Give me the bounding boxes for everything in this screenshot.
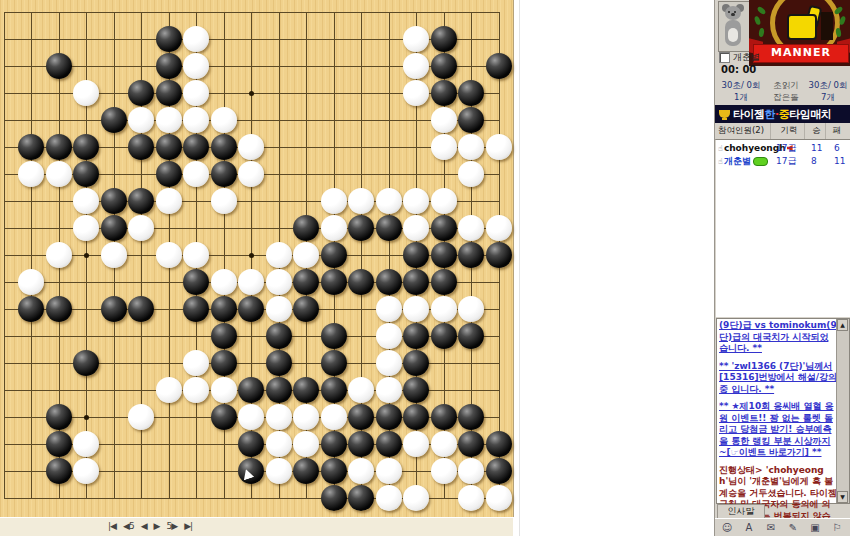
black-stone [403, 323, 429, 349]
nav-forward5-button[interactable]: 5▶ [166, 521, 177, 532]
participant-rank: 17급 [776, 142, 796, 155]
black-stone [458, 107, 484, 133]
move-nav-buttons: |◀ ◀5 ◀ ▶ 5▶ ▶| [108, 521, 192, 532]
game-clock: 00: 00 [721, 64, 756, 75]
thumb-hand-icon: ☝ [718, 144, 723, 153]
white-stone [238, 161, 264, 187]
white-stone [266, 296, 292, 322]
laurel-leaf-icon [756, 6, 766, 16]
white-stone [458, 161, 484, 187]
black-stone [321, 323, 347, 349]
rank-column-header: 기력 [771, 123, 805, 139]
chat-notice: ** 'zwl1366 (7단)'님께서 [15316]번방에서 해설/강의중 … [719, 361, 837, 396]
white-stone [18, 161, 44, 187]
star-point [84, 253, 89, 258]
black-stone [348, 431, 374, 457]
emoticon-button[interactable]: ☺ [719, 520, 735, 535]
black-stone [46, 404, 72, 430]
black-stone [156, 161, 182, 187]
black-stone [46, 134, 72, 160]
black-stone [238, 296, 264, 322]
black-stone [46, 53, 72, 79]
win-column-header: 승 [805, 123, 826, 139]
chat-toolbar: ☺ A ✉ ✎ ▣ ⚐ [715, 518, 850, 536]
black-stone [238, 458, 264, 484]
white-stone [376, 377, 402, 403]
white-stone [486, 485, 512, 511]
black-stone [266, 323, 292, 349]
star-point [84, 415, 89, 420]
right-byoyomi-value: 30초/ 0회 [805, 79, 850, 91]
black-stone [183, 134, 209, 160]
white-stone [403, 80, 429, 106]
white-stone [18, 269, 44, 295]
manner-badge: MANNER [749, 0, 850, 66]
right-captures-value: 7개 [805, 91, 850, 103]
white-stone [431, 458, 457, 484]
white-stone [403, 53, 429, 79]
banner-text-korea: 한 [765, 107, 776, 122]
left-byoyomi-value: 30초/ 0회 [715, 79, 767, 91]
black-stone [403, 242, 429, 268]
white-stone [238, 269, 264, 295]
white-stone [403, 26, 429, 52]
game-window: |◀ ◀5 ◀ ▶ 5▶ ▶| [0, 0, 850, 536]
white-stone [266, 269, 292, 295]
white-stone [211, 377, 237, 403]
sidebar: MANNER 개춘별 00: 00 30초/ 0회 초읽기 30초/ 0회 1개… [714, 0, 850, 536]
white-stone [101, 242, 127, 268]
white-stone [293, 404, 319, 430]
black-stone [431, 323, 457, 349]
black-stone [211, 350, 237, 376]
white-stone [458, 485, 484, 511]
white-stone [376, 296, 402, 322]
event-banner: 타이젬 한 · 중 타임매치 [715, 105, 850, 123]
white-stone [266, 404, 292, 430]
black-stone [73, 350, 99, 376]
participant-rank: 17급 [776, 155, 796, 168]
black-stone [486, 458, 512, 484]
participant-row[interactable]: ☝ 개춘별 17급 8 11 [716, 155, 850, 167]
player-name-row: 개춘별 [719, 52, 760, 63]
scroll-up-icon[interactable]: ▲ [837, 319, 848, 331]
white-stone [403, 431, 429, 457]
time-capture-panel: 30초/ 0회 초읽기 30초/ 0회 1개 잡은돌 7개 [715, 79, 850, 104]
black-stone [431, 242, 457, 268]
black-stone [376, 404, 402, 430]
white-stone [238, 134, 264, 160]
captures-label: 잡은돌 [767, 91, 805, 103]
white-stone [458, 296, 484, 322]
white-stone [183, 242, 209, 268]
manner-badge-label: MANNER [754, 45, 848, 61]
black-stone [321, 458, 347, 484]
black-stone [431, 53, 457, 79]
white-stone [211, 188, 237, 214]
star-point [249, 253, 254, 258]
black-stone [431, 269, 457, 295]
white-stone [431, 188, 457, 214]
nav-forward-button[interactable]: ▶ [154, 521, 160, 532]
black-stone [293, 458, 319, 484]
white-stone [403, 215, 429, 241]
nav-back-button[interactable]: ◀ [141, 521, 147, 532]
white-stone [376, 458, 402, 484]
white-stone [376, 188, 402, 214]
player-name-label: 개춘별 [733, 51, 760, 64]
black-stone [101, 188, 127, 214]
black-stone [293, 269, 319, 295]
chat-notice: (9단)급 vs tominokum(9단)급의 대국치가 시작되었습니다. *… [719, 320, 837, 355]
white-stone [238, 404, 264, 430]
white-stone [183, 107, 209, 133]
white-stone [431, 107, 457, 133]
black-stone [376, 431, 402, 457]
black-stone [321, 242, 347, 268]
font-button[interactable]: A [741, 520, 757, 535]
banner-text-1: 타이젬 [733, 107, 765, 122]
nav-last-button[interactable]: ▶| [184, 521, 192, 532]
black-stone [348, 485, 374, 511]
banner-text-2: 타임매치 [789, 107, 831, 122]
white-stone [431, 296, 457, 322]
black-stone [128, 80, 154, 106]
black-stone [321, 350, 347, 376]
chat-scrollbar[interactable]: ▲ ▼ [836, 319, 849, 503]
black-stone [403, 350, 429, 376]
black-stone [156, 80, 182, 106]
white-stone [376, 350, 402, 376]
white-stone [156, 107, 182, 133]
black-stone [431, 215, 457, 241]
white-stone [458, 458, 484, 484]
divider [519, 0, 520, 536]
white-stone [458, 134, 484, 160]
black-stone [46, 431, 72, 457]
black-stone [458, 242, 484, 268]
black-stone [73, 134, 99, 160]
grid-button[interactable]: ▣ [807, 520, 823, 535]
manner-ribbon: MANNER [753, 44, 849, 63]
chat-notice: ** ★제10회 응씨배 열혈 응원 이벤트!! 꽝 없는 룰렛 돌리고 당첨금… [719, 401, 837, 459]
black-stone [73, 161, 99, 187]
white-stone [321, 188, 347, 214]
participant-wins: 11 [811, 143, 822, 153]
black-stone [128, 188, 154, 214]
black-stone [211, 296, 237, 322]
white-stone [266, 242, 292, 268]
checkbox-icon[interactable] [719, 52, 730, 63]
black-stone [156, 53, 182, 79]
participants-count-header: 참여인원(2) [715, 123, 771, 139]
black-stone [293, 377, 319, 403]
white-stone [266, 431, 292, 457]
white-stone [46, 161, 72, 187]
black-stone [211, 404, 237, 430]
black-stone [211, 161, 237, 187]
black-stone [183, 296, 209, 322]
black-stone [458, 404, 484, 430]
white-stone [183, 161, 209, 187]
black-stone [128, 134, 154, 160]
black-stone [156, 134, 182, 160]
black-stone [101, 215, 127, 241]
white-stone [211, 269, 237, 295]
black-stone [101, 296, 127, 322]
black-stone [101, 107, 127, 133]
white-stone [431, 134, 457, 160]
white-stone [486, 134, 512, 160]
black-stone [458, 431, 484, 457]
black-stone [376, 215, 402, 241]
participants-header: 참여인원(2) 기력 승 패 [715, 123, 850, 140]
black-stone [458, 80, 484, 106]
black-stone [486, 431, 512, 457]
go-board[interactable] [0, 0, 514, 517]
white-stone [46, 242, 72, 268]
black-stone [431, 404, 457, 430]
greeting-tab[interactable]: 인사말 [717, 504, 765, 519]
white-stone [376, 323, 402, 349]
black-stone [431, 26, 457, 52]
black-stone [376, 269, 402, 295]
white-stone [73, 458, 99, 484]
black-stone [431, 80, 457, 106]
white-stone [403, 296, 429, 322]
white-stone [458, 215, 484, 241]
message-button[interactable]: ✉ [763, 520, 779, 535]
white-stone [128, 215, 154, 241]
white-stone [183, 80, 209, 106]
participant-losses: 6 [834, 143, 840, 153]
last-move-triangle-marker [241, 468, 255, 481]
black-stone [183, 269, 209, 295]
black-stone [321, 269, 347, 295]
country-badge-icon [753, 157, 768, 166]
player-avatar [718, 1, 750, 52]
black-stone [128, 296, 154, 322]
byoyomi-label: 초읽기 [767, 79, 805, 91]
white-stone [156, 188, 182, 214]
banner-text-china: 중 [779, 107, 790, 122]
white-stone [156, 242, 182, 268]
white-stone [321, 215, 347, 241]
black-stone [321, 431, 347, 457]
trophy-icon [719, 110, 730, 118]
white-stone [403, 485, 429, 511]
participants-list[interactable]: ☝ chohyeongh 17급 11 6 ☝ 개춘별 17급 8 11 [716, 139, 850, 317]
white-stone [376, 485, 402, 511]
white-stone [73, 188, 99, 214]
white-stone [156, 377, 182, 403]
white-stone [128, 107, 154, 133]
black-stone [403, 377, 429, 403]
nav-first-button[interactable]: |◀ [108, 521, 116, 532]
loss-column-header: 패 [826, 123, 845, 139]
black-stone [348, 404, 374, 430]
black-stone [348, 215, 374, 241]
black-stone [238, 431, 264, 457]
white-stone [128, 404, 154, 430]
nav-back5-button[interactable]: ◀5 [123, 521, 134, 532]
white-stone [348, 188, 374, 214]
white-stone [183, 53, 209, 79]
black-stone [211, 323, 237, 349]
black-stone [18, 134, 44, 160]
black-stone [348, 269, 374, 295]
black-stone [293, 215, 319, 241]
black-stone [46, 296, 72, 322]
white-stone [73, 215, 99, 241]
participant-losses: 11 [834, 156, 845, 166]
black-stone [321, 377, 347, 403]
star-point [249, 91, 254, 96]
white-stone [73, 431, 99, 457]
white-stone [403, 188, 429, 214]
black-stone [486, 53, 512, 79]
black-stone [46, 458, 72, 484]
chat-panel[interactable]: (9단)급 vs tominokum(9단)급의 대국치가 시작되었습니다. *… [716, 318, 850, 504]
white-stone [293, 242, 319, 268]
black-stone [156, 26, 182, 52]
black-stone [211, 134, 237, 160]
white-stone [348, 458, 374, 484]
flag-button[interactable]: ⚐ [829, 520, 845, 535]
white-stone [431, 431, 457, 457]
participant-row[interactable]: ☝ chohyeongh 17급 11 6 [716, 142, 850, 154]
white-stone [321, 404, 347, 430]
white-stone [293, 431, 319, 457]
white-stone [183, 377, 209, 403]
white-stone [266, 458, 292, 484]
black-stone [403, 269, 429, 295]
black-stone [458, 323, 484, 349]
black-stone [238, 377, 264, 403]
white-stone [486, 215, 512, 241]
white-stone [183, 350, 209, 376]
black-stone [18, 296, 44, 322]
thumb-hand-icon: ☝ [718, 157, 723, 166]
black-stone [403, 404, 429, 430]
white-stone [183, 26, 209, 52]
white-stone [348, 377, 374, 403]
black-stone [266, 377, 292, 403]
memo-button[interactable]: ✎ [785, 520, 801, 535]
black-stone [293, 296, 319, 322]
black-stone [321, 485, 347, 511]
scroll-down-icon[interactable]: ▼ [837, 491, 848, 503]
participant-wins: 8 [811, 156, 817, 166]
left-captures-value: 1개 [715, 91, 767, 103]
participant-name: 개춘별 [724, 155, 751, 168]
move-nav-strip: |◀ ◀5 ◀ ▶ 5▶ ▶| [0, 517, 513, 536]
white-stone [211, 107, 237, 133]
black-stone [486, 242, 512, 268]
white-stone [73, 80, 99, 106]
black-stone [266, 350, 292, 376]
